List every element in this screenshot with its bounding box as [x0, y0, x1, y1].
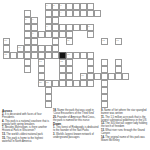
crossword-cell[interactable] — [31, 38, 38, 45]
crossword-cell[interactable] — [66, 10, 73, 17]
empty-space — [17, 87, 24, 94]
crossword-cell[interactable] — [87, 80, 94, 87]
empty-space — [17, 38, 24, 45]
clue-number: 17 — [39, 60, 41, 62]
clues-column-down-cont: 9. Name of fort where the star spangled … — [101, 110, 148, 144]
empty-space — [122, 3, 129, 10]
clue-number: 19 — [81, 74, 83, 76]
empty-space — [101, 31, 108, 38]
empty-space — [108, 101, 115, 108]
empty-space — [122, 52, 129, 59]
empty-space — [108, 52, 115, 59]
empty-space — [10, 80, 17, 87]
crossword-cell[interactable] — [66, 66, 73, 73]
empty-space — [94, 17, 101, 24]
crossword-cell[interactable] — [3, 45, 10, 52]
crossword-cell[interactable] — [38, 73, 45, 80]
clue-item: 15. This park is home to the highest wat… — [2, 138, 50, 144]
crossword-cell[interactable] — [31, 45, 38, 52]
empty-space — [3, 87, 10, 94]
crossword-cell[interactable] — [38, 45, 45, 52]
crossword-cell[interactable]: 15 — [3, 52, 10, 59]
crossword-cell[interactable] — [87, 66, 94, 73]
empty-space — [122, 87, 129, 94]
empty-space — [31, 73, 38, 80]
clue-number: 9 — [32, 32, 33, 34]
empty-space — [24, 87, 31, 94]
clue-number: 8 — [88, 25, 89, 27]
empty-space — [108, 66, 115, 73]
clue-number: 20 — [39, 81, 41, 83]
empty-space — [73, 59, 80, 66]
empty-space — [66, 94, 73, 101]
empty-space — [52, 59, 59, 66]
empty-space — [24, 73, 31, 80]
crossword-cell[interactable] — [101, 94, 108, 101]
clue-item: 2. It is decorated with faces of four Pr… — [2, 114, 50, 120]
empty-space — [10, 94, 17, 101]
clue-item: 3. World's largest known network of unde… — [53, 134, 99, 140]
crossword-cell[interactable] — [31, 52, 38, 59]
empty-space — [115, 94, 122, 101]
empty-space — [52, 73, 59, 80]
black-cell — [59, 52, 66, 59]
crossword-cell[interactable] — [122, 73, 129, 80]
empty-space — [115, 80, 122, 87]
empty-space — [122, 59, 129, 66]
empty-space — [31, 87, 38, 94]
empty-space — [115, 24, 122, 31]
crossword-cell[interactable]: 20 — [38, 80, 45, 87]
empty-space — [52, 94, 59, 101]
crossword-cell[interactable] — [101, 87, 108, 94]
crossword-cell[interactable] — [52, 10, 59, 17]
empty-space — [108, 87, 115, 94]
crossword-cell[interactable] — [101, 80, 108, 87]
clue-number: 2 — [53, 4, 54, 6]
down-clue-list: 1. This forest of Redwoods is dedicated … — [53, 127, 99, 140]
crossword-cell[interactable] — [59, 24, 66, 31]
empty-space — [24, 80, 31, 87]
empty-space — [94, 45, 101, 52]
empty-space — [59, 101, 66, 108]
empty-space — [10, 38, 17, 45]
crossword-cell[interactable] — [66, 73, 73, 80]
empty-space — [94, 52, 101, 59]
crossword-cell[interactable] — [87, 10, 94, 17]
clue-number: 15 — [4, 53, 6, 55]
crossword-cell[interactable] — [66, 3, 73, 10]
crossword-cell[interactable] — [94, 73, 101, 80]
crossword-cell[interactable]: 11 — [66, 38, 73, 45]
empty-space — [115, 45, 122, 52]
empty-space — [3, 10, 10, 17]
empty-space — [24, 94, 31, 101]
empty-space — [17, 10, 24, 17]
empty-space — [73, 45, 80, 52]
crossword-cell[interactable] — [59, 66, 66, 73]
empty-space — [38, 101, 45, 108]
crossword-cell[interactable] — [80, 3, 87, 10]
crossword-cell[interactable] — [52, 52, 59, 59]
empty-space — [3, 24, 10, 31]
crossword-cell[interactable] — [10, 52, 17, 59]
crossword-cell[interactable] — [59, 31, 66, 38]
crossword-cell[interactable] — [115, 59, 122, 66]
empty-space — [87, 38, 94, 45]
empty-space — [38, 10, 45, 17]
crossword-cell[interactable]: 18 — [59, 59, 66, 66]
clue-number: 18 — [60, 60, 62, 62]
empty-space — [3, 31, 10, 38]
crossword-cell[interactable]: 6 — [31, 17, 38, 24]
clue-number: 4 — [60, 11, 61, 13]
empty-space — [3, 101, 10, 108]
crossword-cell[interactable] — [24, 52, 31, 59]
empty-space — [87, 94, 94, 101]
clue-item: 18. Name the park that was used in 'Clos… — [53, 110, 99, 116]
empty-space — [17, 3, 24, 10]
crossword-cell[interactable] — [52, 31, 59, 38]
crossword-cell[interactable] — [38, 52, 45, 59]
crossword-cell[interactable]: 3 — [59, 3, 66, 10]
crossword-cell[interactable] — [66, 59, 73, 66]
empty-space — [87, 45, 94, 52]
empty-space — [31, 80, 38, 87]
empty-space — [45, 66, 52, 73]
empty-space — [31, 66, 38, 73]
empty-space — [10, 45, 17, 52]
empty-space — [122, 17, 129, 24]
clue-number: 16 — [67, 53, 69, 55]
empty-space — [31, 10, 38, 17]
empty-space — [101, 24, 108, 31]
crossword-cell[interactable] — [80, 24, 87, 31]
empty-space — [115, 52, 122, 59]
empty-space — [59, 17, 66, 24]
crossword-cell[interactable] — [24, 10, 31, 17]
crossword-grid: 123456789101112131415161718192021 — [3, 3, 129, 108]
empty-space — [80, 38, 87, 45]
empty-space — [3, 94, 10, 101]
empty-space — [31, 101, 38, 108]
empty-space — [17, 101, 24, 108]
empty-space — [17, 80, 24, 87]
crossword-cell[interactable]: 4 — [59, 10, 66, 17]
empty-space — [94, 94, 101, 101]
empty-space — [108, 24, 115, 31]
crossword-cell[interactable] — [66, 31, 73, 38]
empty-space — [94, 80, 101, 87]
empty-space — [52, 87, 59, 94]
empty-space — [66, 87, 73, 94]
empty-space — [122, 10, 129, 17]
empty-space — [80, 94, 87, 101]
empty-space — [87, 101, 94, 108]
crossword-page: { "game": "crossword", "colors": { "grid… — [0, 0, 150, 150]
crossword-cell[interactable] — [45, 10, 52, 17]
empty-space — [45, 59, 52, 66]
crossword-cell[interactable]: 16 — [66, 52, 73, 59]
crossword-cell[interactable] — [108, 73, 115, 80]
clue-number: 1 — [46, 4, 47, 6]
crossword-cell[interactable] — [87, 59, 94, 66]
empty-space — [45, 73, 52, 80]
crossword-cell[interactable]: 17 — [38, 59, 45, 66]
crossword-cell[interactable] — [73, 52, 80, 59]
crossword-cell[interactable]: 1 — [45, 3, 52, 10]
empty-space — [94, 59, 101, 66]
empty-space — [115, 10, 122, 17]
crossword-cell[interactable]: 10 — [3, 38, 10, 45]
empty-space — [38, 38, 45, 45]
empty-space — [73, 87, 80, 94]
empty-space — [122, 24, 129, 31]
empty-space — [10, 3, 17, 10]
clue-number: 3 — [60, 4, 61, 6]
clue-number: 7 — [46, 25, 47, 27]
crossword-cell[interactable] — [45, 52, 52, 59]
empty-space — [94, 3, 101, 10]
empty-space — [38, 17, 45, 24]
crossword-cell[interactable] — [45, 17, 52, 24]
empty-space — [31, 94, 38, 101]
empty-space — [108, 17, 115, 24]
empty-space — [115, 101, 122, 108]
crossword-cell[interactable] — [101, 73, 108, 80]
empty-space — [3, 59, 10, 66]
empty-space — [94, 101, 101, 108]
crossword-cell[interactable] — [87, 31, 94, 38]
empty-space — [38, 87, 45, 94]
crossword-cell[interactable] — [52, 45, 59, 52]
crossword-cell[interactable] — [52, 38, 59, 45]
empty-space — [17, 24, 24, 31]
empty-space — [3, 66, 10, 73]
empty-space — [80, 101, 87, 108]
crossword-cell[interactable] — [17, 52, 24, 59]
crossword-cell[interactable] — [24, 24, 31, 31]
empty-space — [10, 66, 17, 73]
empty-space — [73, 38, 80, 45]
empty-space — [101, 3, 108, 10]
empty-space — [31, 59, 38, 66]
empty-space — [3, 17, 10, 24]
empty-space — [80, 87, 87, 94]
empty-space — [17, 94, 24, 101]
crossword-cell[interactable] — [59, 73, 66, 80]
empty-space — [59, 94, 66, 101]
crossword-cell[interactable] — [38, 66, 45, 73]
empty-space — [115, 17, 122, 24]
empty-space — [122, 31, 129, 38]
empty-space — [115, 87, 122, 94]
empty-space — [17, 31, 24, 38]
empty-space — [122, 38, 129, 45]
empty-space — [10, 59, 17, 66]
crossword-cell[interactable] — [38, 31, 45, 38]
crossword-cell[interactable] — [45, 101, 52, 108]
crossword-cell[interactable] — [87, 3, 94, 10]
empty-space — [73, 66, 80, 73]
empty-space — [45, 38, 52, 45]
crossword-cell[interactable] — [52, 80, 59, 87]
clue-number: 5 — [25, 18, 26, 20]
crossword-cell[interactable] — [101, 101, 108, 108]
empty-space — [108, 10, 115, 17]
empty-space — [38, 3, 45, 10]
crossword-cell[interactable] — [24, 31, 31, 38]
crossword-cell[interactable]: 9 — [31, 31, 38, 38]
crossword-cell[interactable]: 12 — [101, 38, 108, 45]
crossword-cell[interactable] — [80, 80, 87, 87]
crossword-cell[interactable] — [24, 45, 31, 52]
empty-space — [3, 73, 10, 80]
empty-space — [94, 66, 101, 73]
empty-space — [10, 87, 17, 94]
empty-space — [10, 10, 17, 17]
empty-space — [73, 31, 80, 38]
empty-space — [73, 94, 80, 101]
empty-space — [66, 17, 73, 24]
across-clue-list: 2. It is decorated with faces of four Pr… — [2, 114, 50, 144]
empty-space — [10, 31, 17, 38]
empty-space — [52, 101, 59, 108]
crossword-cell[interactable] — [45, 87, 52, 94]
empty-space — [94, 38, 101, 45]
clue-number: 21 — [46, 81, 48, 83]
empty-space — [108, 80, 115, 87]
empty-space — [108, 3, 115, 10]
empty-space — [17, 59, 24, 66]
empty-space — [101, 10, 108, 17]
empty-space — [94, 31, 101, 38]
empty-space — [122, 101, 129, 108]
empty-space — [80, 17, 87, 24]
empty-space — [115, 3, 122, 10]
crossword-cell[interactable] — [24, 38, 31, 45]
clues-panel: Across 2. It is decorated with faces of … — [0, 109, 150, 150]
clue-item: 9. Name of fort where the star spangled … — [101, 110, 148, 116]
empty-space — [87, 87, 94, 94]
crossword-cell[interactable] — [101, 66, 108, 73]
clue-number: 11 — [67, 39, 69, 41]
crossword-cell[interactable] — [94, 10, 101, 17]
clues-column-across: Across 2. It is decorated with faces of … — [2, 110, 50, 145]
empty-space — [122, 94, 129, 101]
empty-space — [122, 45, 129, 52]
empty-space — [66, 45, 73, 52]
empty-space — [108, 94, 115, 101]
crossword-cell[interactable] — [73, 80, 80, 87]
crossword-cell[interactable] — [73, 24, 80, 31]
crossword-cell[interactable] — [45, 31, 52, 38]
crossword-cell[interactable] — [24, 59, 31, 66]
crossword-cell[interactable] — [45, 94, 52, 101]
empty-space — [3, 80, 10, 87]
clue-number: 10 — [4, 39, 6, 41]
crossword-cell[interactable]: 8 — [87, 24, 94, 31]
crossword-cell[interactable] — [73, 10, 80, 17]
empty-space — [52, 66, 59, 73]
clue-number: 6 — [32, 18, 33, 20]
empty-space — [59, 45, 66, 52]
clues-column-middle: 18. Name the park that was used in 'Clos… — [53, 110, 99, 141]
crossword-cell[interactable]: 2 — [52, 3, 59, 10]
empty-space — [10, 73, 17, 80]
empty-space — [94, 24, 101, 31]
empty-space — [73, 17, 80, 24]
crossword-cell[interactable] — [45, 45, 52, 52]
empty-space — [101, 17, 108, 24]
crossword-cell[interactable]: 14 — [17, 45, 24, 52]
crossword-cell[interactable] — [66, 24, 73, 31]
crossword-cell[interactable] — [87, 52, 94, 59]
crossword-cell[interactable] — [80, 52, 87, 59]
crossword-cell[interactable]: 13 — [115, 38, 122, 45]
crossword-cell[interactable] — [101, 59, 108, 66]
empty-space — [17, 17, 24, 24]
clue-number: 12 — [102, 39, 104, 41]
empty-space — [38, 94, 45, 101]
clue-item: 14. The original name of this park was M… — [101, 137, 148, 143]
empty-space — [101, 45, 108, 52]
empty-space — [73, 101, 80, 108]
crossword-cell[interactable] — [52, 24, 59, 31]
crossword-cell[interactable]: 19 — [80, 73, 87, 80]
crossword-cell[interactable] — [80, 10, 87, 17]
empty-space — [38, 24, 45, 31]
empty-space — [59, 38, 66, 45]
crossword-cell[interactable] — [31, 24, 38, 31]
empty-space — [80, 31, 87, 38]
empty-space — [24, 101, 31, 108]
crossword-cell[interactable]: 21 — [45, 80, 52, 87]
across-clue-list-cont: 18. Name the park that was used in 'Clos… — [53, 110, 99, 123]
crossword-cell[interactable] — [115, 73, 122, 80]
empty-space — [87, 17, 94, 24]
empty-space — [24, 3, 31, 10]
empty-space — [10, 101, 17, 108]
crossword-cell[interactable] — [66, 80, 73, 87]
empty-space — [108, 31, 115, 38]
crossword-cell[interactable]: 5 — [24, 17, 31, 24]
empty-space — [10, 17, 17, 24]
crossword-cell[interactable]: 7 — [45, 24, 52, 31]
down-clue-list-cont: 9. Name of fort where the star spangled … — [101, 110, 148, 143]
empty-space — [101, 52, 108, 59]
empty-space — [80, 66, 87, 73]
crossword-cell[interactable] — [52, 17, 59, 24]
crossword-cell[interactable] — [59, 80, 66, 87]
empty-space — [122, 80, 129, 87]
empty-space — [31, 3, 38, 10]
empty-space — [94, 87, 101, 94]
empty-space — [108, 38, 115, 45]
empty-space — [10, 24, 17, 31]
crossword-cell[interactable] — [115, 66, 122, 73]
empty-space — [17, 66, 24, 73]
empty-space — [3, 3, 10, 10]
crossword-cell[interactable] — [73, 3, 80, 10]
clue-number: 14 — [18, 46, 20, 48]
empty-space — [122, 66, 129, 73]
empty-space — [108, 59, 115, 66]
empty-space — [108, 45, 115, 52]
crossword-cell[interactable] — [24, 66, 31, 73]
empty-space — [115, 31, 122, 38]
crossword-cell[interactable] — [87, 73, 94, 80]
